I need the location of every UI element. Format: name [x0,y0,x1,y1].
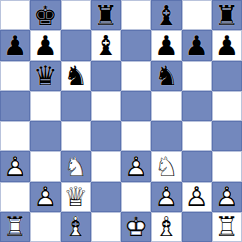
square-c5[interactable] [61,91,91,121]
piece-white-pawn-glyph: ♙ [215,183,239,210]
piece-white-knight: ♘ [151,151,181,181]
piece-black-pawn: ♟ [30,30,60,60]
piece-white-bishop: ♗ [151,212,181,242]
piece-white-pawn: ♙ [30,182,60,212]
square-b6[interactable]: ♛ [30,61,60,91]
square-c3[interactable]: ♘ [61,151,91,181]
piece-black-king: ♚ [30,0,60,30]
square-f8[interactable]: ♝ [151,0,181,30]
square-f1[interactable]: ♗ [151,212,181,242]
piece-white-pawn: ♙ [121,151,151,181]
square-a3[interactable]: ♙ [0,151,30,181]
square-d7[interactable]: ♝ [91,30,121,60]
piece-black-knight: ♞ [61,61,91,91]
square-d3[interactable] [91,151,121,181]
piece-white-pawn: ♙ [0,151,30,181]
square-d8[interactable]: ♜ [91,0,121,30]
piece-white-pawn: ♙ [182,182,212,212]
chess-board: ♚♜♝♜♟♟♝♟♟♟♛♞♞♙♘♙♘♙♕♙♙♙♖♗♔♗♖ [0,0,242,242]
square-f5[interactable] [151,91,181,121]
square-b3[interactable] [30,151,60,181]
piece-black-pawn: ♟ [0,30,30,60]
square-d4[interactable] [91,121,121,151]
square-g3[interactable] [182,151,212,181]
square-h8[interactable]: ♜ [212,0,242,30]
square-g6[interactable] [182,61,212,91]
piece-white-king: ♔ [121,212,151,242]
piece-white-pawn-glyph: ♙ [154,183,178,210]
piece-white-pawn: ♙ [151,182,181,212]
square-c6[interactable]: ♞ [61,61,91,91]
piece-black-pawn: ♟ [151,30,181,60]
square-e5[interactable] [121,91,151,121]
piece-black-queen: ♛ [30,61,60,91]
square-c1[interactable]: ♗ [61,212,91,242]
square-b1[interactable] [30,212,60,242]
piece-white-bishop-glyph: ♗ [154,213,178,240]
piece-white-pawn-glyph: ♙ [33,183,57,210]
piece-white-king-glyph: ♔ [124,213,148,240]
piece-white-pawn-glyph: ♙ [124,153,148,180]
square-e4[interactable] [121,121,151,151]
piece-white-pawn-glyph: ♙ [3,153,27,180]
square-d1[interactable] [91,212,121,242]
piece-black-rook: ♜ [212,0,242,30]
piece-white-pawn-glyph: ♙ [185,183,209,210]
piece-white-queen-glyph: ♕ [64,183,88,210]
square-d2[interactable] [91,182,121,212]
square-g2[interactable]: ♙ [182,182,212,212]
piece-white-knight-glyph: ♘ [64,153,88,180]
square-b4[interactable] [30,121,60,151]
square-h3[interactable] [212,151,242,181]
piece-white-rook: ♖ [0,212,30,242]
square-f4[interactable] [151,121,181,151]
square-e8[interactable] [121,0,151,30]
square-g5[interactable] [182,91,212,121]
square-e7[interactable] [121,30,151,60]
square-c8[interactable] [61,0,91,30]
piece-white-knight-glyph: ♘ [154,153,178,180]
square-f7[interactable]: ♟ [151,30,181,60]
square-a4[interactable] [0,121,30,151]
square-g8[interactable] [182,0,212,30]
square-e1[interactable]: ♔ [121,212,151,242]
square-h2[interactable]: ♙ [212,182,242,212]
square-b7[interactable]: ♟ [30,30,60,60]
square-h7[interactable]: ♟ [212,30,242,60]
square-c4[interactable] [61,121,91,151]
piece-black-rook: ♜ [91,0,121,30]
piece-black-pawn: ♟ [212,30,242,60]
piece-black-pawn: ♟ [182,30,212,60]
square-e3[interactable]: ♙ [121,151,151,181]
piece-white-bishop-glyph: ♗ [64,213,88,240]
square-c2[interactable]: ♕ [61,182,91,212]
piece-white-pawn: ♙ [212,182,242,212]
square-h1[interactable]: ♖ [212,212,242,242]
piece-black-bishop: ♝ [151,0,181,30]
square-h5[interactable] [212,91,242,121]
square-f3[interactable]: ♘ [151,151,181,181]
square-d5[interactable] [91,91,121,121]
square-g1[interactable] [182,212,212,242]
square-a1[interactable]: ♖ [0,212,30,242]
square-a2[interactable] [0,182,30,212]
square-e2[interactable] [121,182,151,212]
square-a5[interactable] [0,91,30,121]
piece-black-bishop: ♝ [91,30,121,60]
piece-white-bishop: ♗ [61,212,91,242]
piece-white-queen: ♕ [61,182,91,212]
square-a6[interactable] [0,61,30,91]
square-h6[interactable] [212,61,242,91]
square-f6[interactable]: ♞ [151,61,181,91]
piece-white-knight: ♘ [61,151,91,181]
square-g4[interactable] [182,121,212,151]
piece-black-knight: ♞ [151,61,181,91]
piece-white-rook-glyph: ♖ [3,213,27,240]
square-a8[interactable] [0,0,30,30]
square-e6[interactable] [121,61,151,91]
square-g7[interactable]: ♟ [182,30,212,60]
square-b5[interactable] [30,91,60,121]
square-f2[interactable]: ♙ [151,182,181,212]
square-h4[interactable] [212,121,242,151]
piece-white-rook: ♖ [212,212,242,242]
square-d6[interactable] [91,61,121,91]
square-a7[interactable]: ♟ [0,30,30,60]
square-b8[interactable]: ♚ [30,0,60,30]
square-b2[interactable]: ♙ [30,182,60,212]
square-c7[interactable] [61,30,91,60]
piece-white-rook-glyph: ♖ [215,213,239,240]
